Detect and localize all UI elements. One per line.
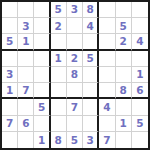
cell-r1c2[interactable] — [18, 2, 34, 18]
cell-r9c4[interactable]: 8 — [51, 132, 67, 148]
cell-r2c8[interactable]: 5 — [116, 18, 132, 34]
cell-r7c2[interactable] — [18, 99, 34, 115]
cell-r8c3[interactable] — [34, 116, 50, 132]
cell-r6c4[interactable] — [51, 83, 67, 99]
cell-r6c2[interactable]: 7 — [18, 83, 34, 99]
cell-r3c8[interactable]: 2 — [116, 34, 132, 50]
cell-r5c3[interactable] — [34, 67, 50, 83]
cell-r3c1[interactable]: 5 — [2, 34, 18, 50]
cell-r3c7[interactable] — [99, 34, 115, 50]
cell-r6c7[interactable] — [99, 83, 115, 99]
cell-r8c1[interactable]: 7 — [2, 116, 18, 132]
cell-r3c9[interactable]: 4 — [132, 34, 148, 50]
cell-r8c7[interactable] — [99, 116, 115, 132]
cell-r2c2[interactable]: 3 — [18, 18, 34, 34]
cell-r4c3[interactable] — [34, 51, 50, 67]
cell-r8c4[interactable] — [51, 116, 67, 132]
cell-r1c1[interactable] — [2, 2, 18, 18]
cell-r2c7[interactable] — [99, 18, 115, 34]
cell-r4c6[interactable]: 5 — [83, 51, 99, 67]
cell-r4c1[interactable] — [2, 51, 18, 67]
cell-r9c9[interactable] — [132, 132, 148, 148]
cell-r5c4[interactable] — [51, 67, 67, 83]
cell-r8c8[interactable]: 1 — [116, 116, 132, 132]
cell-r6c9[interactable]: 6 — [132, 83, 148, 99]
cell-r8c6[interactable] — [83, 116, 99, 132]
cell-r7c9[interactable] — [132, 99, 148, 115]
cell-r1c6[interactable]: 8 — [83, 2, 99, 18]
cell-r4c7[interactable] — [99, 51, 115, 67]
cell-r1c7[interactable] — [99, 2, 115, 18]
cell-r9c6[interactable]: 3 — [83, 132, 99, 148]
cell-r5c8[interactable] — [116, 67, 132, 83]
cell-r1c4[interactable]: 5 — [51, 2, 67, 18]
cell-r7c4[interactable] — [51, 99, 67, 115]
cell-r5c7[interactable] — [99, 67, 115, 83]
cell-r9c3[interactable]: 1 — [34, 132, 50, 148]
cell-r5c1[interactable]: 3 — [2, 67, 18, 83]
cell-r2c4[interactable]: 2 — [51, 18, 67, 34]
cell-r8c5[interactable] — [67, 116, 83, 132]
cell-r2c1[interactable] — [2, 18, 18, 34]
cell-r9c1[interactable] — [2, 132, 18, 148]
cell-r8c2[interactable]: 6 — [18, 116, 34, 132]
cell-r5c2[interactable] — [18, 67, 34, 83]
cell-r3c2[interactable]: 1 — [18, 34, 34, 50]
cell-r2c6[interactable]: 4 — [83, 18, 99, 34]
cell-r3c4[interactable] — [51, 34, 67, 50]
cell-r7c8[interactable] — [116, 99, 132, 115]
cell-r4c2[interactable] — [18, 51, 34, 67]
cell-r6c6[interactable] — [83, 83, 99, 99]
cell-r6c8[interactable]: 8 — [116, 83, 132, 99]
cell-r4c8[interactable] — [116, 51, 132, 67]
cell-r8c9[interactable]: 5 — [132, 116, 148, 132]
cell-r3c5[interactable] — [67, 34, 83, 50]
cell-r7c1[interactable] — [2, 99, 18, 115]
cell-r5c9[interactable]: 1 — [132, 67, 148, 83]
cell-r7c6[interactable] — [83, 99, 99, 115]
cell-r2c5[interactable] — [67, 18, 83, 34]
sudoku-board: 538324551241253811786574761518537 — [0, 0, 150, 150]
cell-r5c5[interactable]: 8 — [67, 67, 83, 83]
cell-r7c5[interactable]: 7 — [67, 99, 83, 115]
cell-r9c2[interactable] — [18, 132, 34, 148]
sudoku-app: 538324551241253811786574761518537 — [0, 0, 150, 150]
cell-r6c3[interactable] — [34, 83, 50, 99]
cell-r4c9[interactable] — [132, 51, 148, 67]
cell-r6c1[interactable]: 1 — [2, 83, 18, 99]
cell-r5c6[interactable] — [83, 67, 99, 83]
cell-r1c8[interactable] — [116, 2, 132, 18]
cell-r3c6[interactable] — [83, 34, 99, 50]
cell-r6c5[interactable] — [67, 83, 83, 99]
cell-r1c3[interactable] — [34, 2, 50, 18]
cell-r1c9[interactable] — [132, 2, 148, 18]
cell-r4c5[interactable]: 2 — [67, 51, 83, 67]
cell-r1c5[interactable]: 3 — [67, 2, 83, 18]
cell-r4c4[interactable]: 1 — [51, 51, 67, 67]
cell-r9c5[interactable]: 5 — [67, 132, 83, 148]
cell-r7c7[interactable]: 4 — [99, 99, 115, 115]
cell-r3c3[interactable] — [34, 34, 50, 50]
cell-r2c3[interactable] — [34, 18, 50, 34]
cell-r9c8[interactable] — [116, 132, 132, 148]
cell-r9c7[interactable]: 7 — [99, 132, 115, 148]
cell-r7c3[interactable]: 5 — [34, 99, 50, 115]
cell-r2c9[interactable] — [132, 18, 148, 34]
